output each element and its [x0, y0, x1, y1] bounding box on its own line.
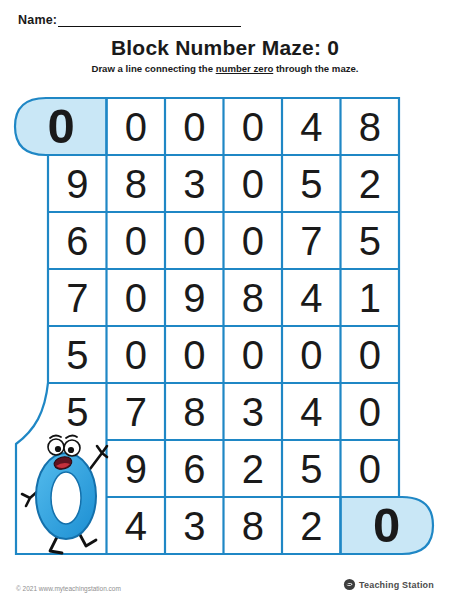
maze-cell-r4c1[interactable]: 0 [107, 326, 166, 383]
maze-cell-r5c0[interactable]: 5 [48, 383, 107, 440]
brand-logo: Teaching Station [343, 578, 434, 591]
maze-cell-r0c2[interactable]: 0 [165, 98, 224, 155]
maze-cell-r5c2[interactable]: 8 [165, 383, 224, 440]
maze-cell-r6c1[interactable]: 9 [107, 440, 166, 497]
maze-cell-r2c3[interactable]: 0 [224, 212, 283, 269]
maze-cell-r1c5[interactable]: 2 [341, 155, 400, 212]
maze-cell-r3c4[interactable]: 4 [282, 269, 341, 326]
maze-cell-r3c0[interactable]: 7 [48, 269, 107, 326]
maze-cell-r7c1[interactable]: 4 [107, 497, 166, 554]
maze-cell-r2c4[interactable]: 7 [282, 212, 341, 269]
maze-cell-r5c3[interactable]: 3 [224, 383, 283, 440]
maze-cell-r5c1[interactable]: 7 [107, 383, 166, 440]
maze-cell-r2c0[interactable]: 6 [48, 212, 107, 269]
character-zone-r7c0 [48, 497, 107, 554]
maze-cell-r6c2[interactable]: 6 [165, 440, 224, 497]
maze-cell-r4c2[interactable]: 0 [165, 326, 224, 383]
teaching-station-icon [343, 578, 356, 591]
maze-cell-r2c2[interactable]: 0 [165, 212, 224, 269]
maze-cell-r7c4[interactable]: 2 [282, 497, 341, 554]
maze-cell-r4c4[interactable]: 0 [282, 326, 341, 383]
maze-cell-r0c4[interactable]: 4 [282, 98, 341, 155]
maze-cell-r4c5[interactable]: 0 [341, 326, 400, 383]
brand-name: Teaching Station [359, 580, 434, 590]
maze-cell-r0c1[interactable]: 0 [107, 98, 166, 155]
maze-cell-r3c1[interactable]: 0 [107, 269, 166, 326]
maze-cell-r1c1[interactable]: 8 [107, 155, 166, 212]
maze-cell-r5c4[interactable]: 4 [282, 383, 341, 440]
maze-cell-r4c3[interactable]: 0 [224, 326, 283, 383]
maze-cell-r1c2[interactable]: 3 [165, 155, 224, 212]
maze-cell-r6c3[interactable]: 2 [224, 440, 283, 497]
maze-cell-r2c5[interactable]: 5 [341, 212, 400, 269]
maze-cell-r2c1[interactable]: 0 [107, 212, 166, 269]
maze-cell-r0c5[interactable]: 8 [341, 98, 400, 155]
maze-cell-r6c5[interactable]: 0 [341, 440, 400, 497]
copyright: © 2021 www.myteachingstation.com [16, 585, 121, 592]
maze-cell-r7c3[interactable]: 8 [224, 497, 283, 554]
maze-cell-r0c0[interactable]: 0 [32, 98, 91, 155]
maze-cell-r7c2[interactable]: 3 [165, 497, 224, 554]
maze-cell-r1c4[interactable]: 5 [282, 155, 341, 212]
maze-grid: 0000489830526000757098415000005783409625… [48, 98, 399, 554]
character-zone-r6c0 [48, 440, 107, 497]
maze-cell-r0c3[interactable]: 0 [224, 98, 283, 155]
maze-cell-r3c2[interactable]: 9 [165, 269, 224, 326]
maze-cell-r1c3[interactable]: 0 [224, 155, 283, 212]
maze-cell-r3c5[interactable]: 1 [341, 269, 400, 326]
maze-cell-r3c3[interactable]: 8 [224, 269, 283, 326]
maze-cell-r7c5[interactable]: 0 [358, 497, 417, 554]
maze-cell-r6c4[interactable]: 5 [282, 440, 341, 497]
maze-cell-r1c0[interactable]: 9 [48, 155, 107, 212]
maze-cell-r4c0[interactable]: 5 [48, 326, 107, 383]
maze-cell-r5c5[interactable]: 0 [341, 383, 400, 440]
worksheet-page: Name: Block Number Maze: 0 Draw a line c… [0, 0, 450, 600]
